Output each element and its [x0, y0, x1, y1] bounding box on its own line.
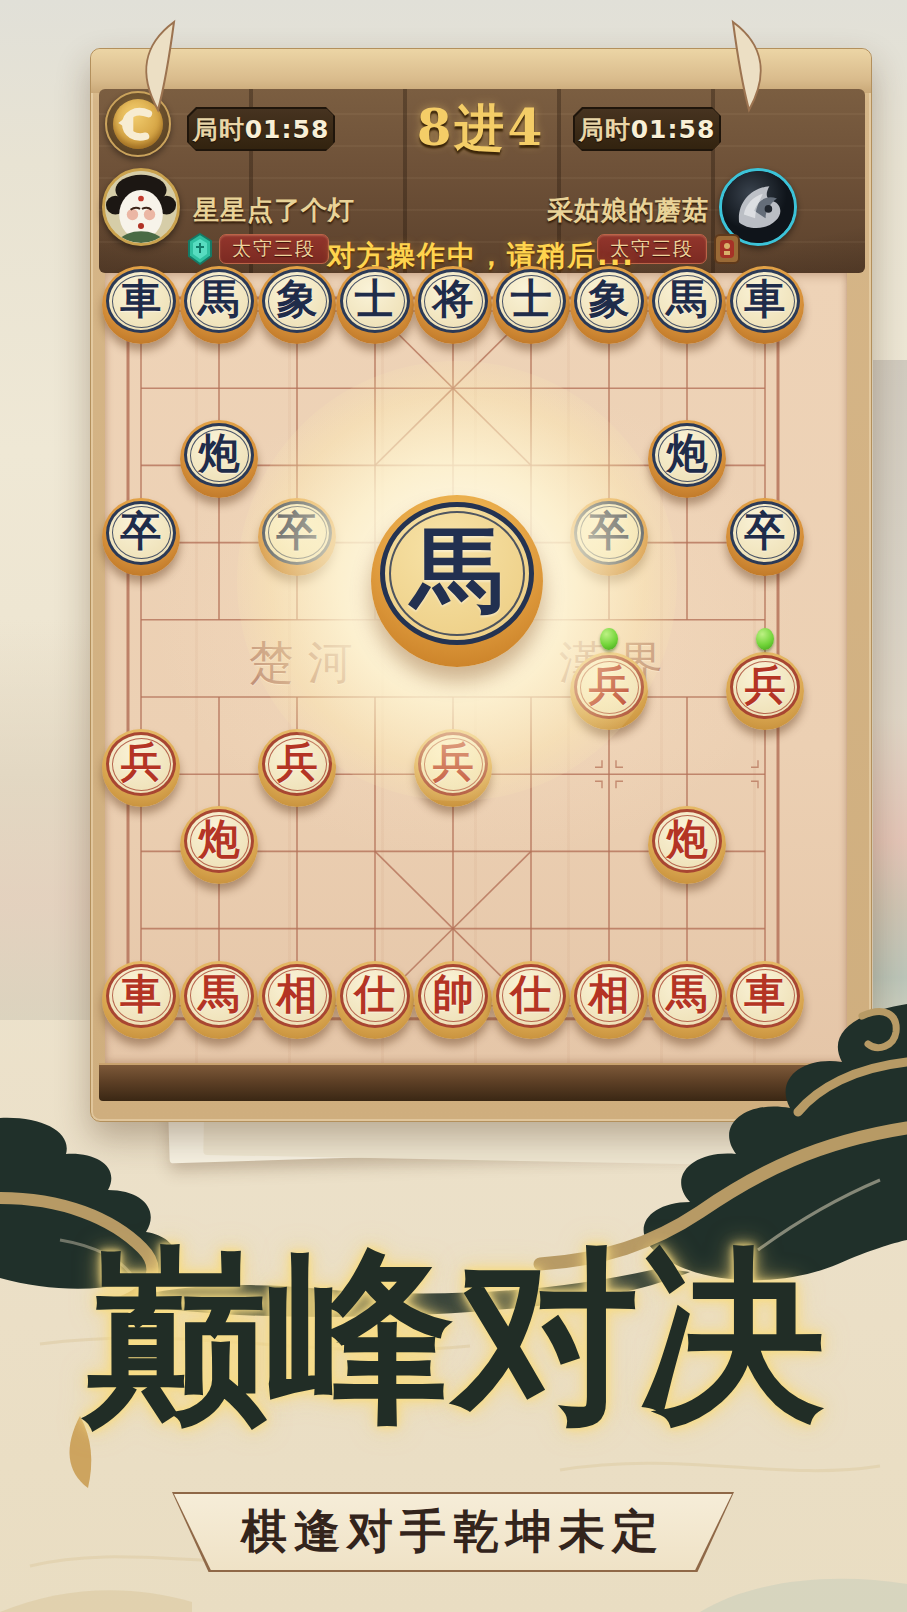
promo-headline: 巅峰对决 [0, 1238, 907, 1433]
board-bottom-edge [99, 1063, 865, 1101]
piece-black-卒[interactable]: 卒 [726, 498, 804, 576]
river-label-chu: 楚河 [249, 633, 367, 693]
piece-black-卒[interactable]: 卒 [102, 498, 180, 576]
background-village-art [0, 620, 92, 1020]
piece-red-車[interactable]: 車 [726, 961, 804, 1039]
piece-red-車[interactable]: 車 [102, 961, 180, 1039]
promo-tagline: 棋逢对手乾坤未定 [241, 1501, 665, 1563]
piece-black-卒[interactable]: 卒 [570, 498, 648, 576]
move-indicator-dot [600, 628, 618, 650]
piece-black-象[interactable]: 象 [570, 266, 648, 344]
piece-black-車[interactable]: 車 [726, 266, 804, 344]
piece-red-炮[interactable]: 炮 [648, 806, 726, 884]
piece-red-兵[interactable]: 兵 [258, 729, 336, 807]
piece-red-相[interactable]: 相 [258, 961, 336, 1039]
piece-black-炮[interactable]: 炮 [180, 420, 258, 498]
banner-flourish-right [727, 18, 779, 114]
piece-red-馬[interactable]: 馬 [180, 961, 258, 1039]
piece-red-兵[interactable]: 兵 [414, 729, 492, 807]
piece-black-象[interactable]: 象 [258, 266, 336, 344]
background-mountain-art [873, 360, 907, 1010]
opera-face-avatar-art [105, 171, 177, 243]
piece-black-炮[interactable]: 炮 [648, 420, 726, 498]
game-screen: 局时01:58 局时01:58 8进4 [0, 0, 907, 1612]
player-right-name: 采姑娘的蘑菇 [547, 193, 709, 228]
floating-piece-black-馬[interactable]: 馬 [371, 495, 543, 667]
piece-red-帥[interactable]: 帥 [414, 961, 492, 1039]
piece-black-馬[interactable]: 馬 [648, 266, 726, 344]
piece-black-将[interactable]: 将 [414, 266, 492, 344]
piece-red-馬[interactable]: 馬 [648, 961, 726, 1039]
player-left-avatar[interactable] [102, 168, 180, 246]
piece-red-仕[interactable]: 仕 [492, 961, 570, 1039]
piece-red-炮[interactable]: 炮 [180, 806, 258, 884]
piece-red-兵[interactable]: 兵 [102, 729, 180, 807]
piece-red-兵[interactable]: 兵 [570, 652, 648, 730]
piece-red-仕[interactable]: 仕 [336, 961, 414, 1039]
piece-black-馬[interactable]: 馬 [180, 266, 258, 344]
move-indicator-dot [756, 628, 774, 650]
banner-flourish-left [128, 18, 180, 114]
piece-red-兵[interactable]: 兵 [726, 652, 804, 730]
piece-black-卒[interactable]: 卒 [258, 498, 336, 576]
promo-tagline-banner: 棋逢对手乾坤未定 [172, 1492, 734, 1572]
board-panel: 局时01:58 局时01:58 8进4 [90, 48, 872, 1122]
piece-black-車[interactable]: 車 [102, 266, 180, 344]
piece-black-士[interactable]: 士 [492, 266, 570, 344]
piece-red-相[interactable]: 相 [570, 961, 648, 1039]
piece-black-士[interactable]: 士 [336, 266, 414, 344]
player-left-name: 星星点了个灯 [193, 193, 355, 228]
